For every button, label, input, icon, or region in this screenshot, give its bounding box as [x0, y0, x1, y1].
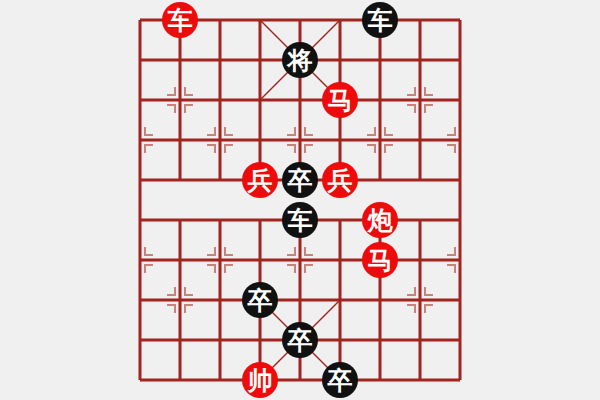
- piece-red-horse[interactable]: 马: [322, 82, 358, 118]
- piece-black-soldier[interactable]: 卒: [322, 362, 358, 398]
- piece-red-cannon[interactable]: 炮: [362, 202, 398, 238]
- piece-black-chariot[interactable]: 车: [362, 2, 398, 38]
- piece-red-soldier[interactable]: 兵: [242, 162, 278, 198]
- piece-grid: 车车将马兵卒兵车炮马卒卒帅卒: [120, 0, 480, 400]
- piece-black-soldier[interactable]: 卒: [282, 162, 318, 198]
- piece-red-horse[interactable]: 马: [362, 242, 398, 278]
- xiangqi-board: 车车将马兵卒兵车炮马卒卒帅卒: [0, 0, 600, 400]
- piece-black-general[interactable]: 将: [282, 42, 318, 78]
- piece-red-soldier[interactable]: 兵: [322, 162, 358, 198]
- piece-black-chariot[interactable]: 车: [282, 202, 318, 238]
- piece-black-soldier[interactable]: 卒: [242, 282, 278, 318]
- piece-red-general[interactable]: 帅: [242, 362, 278, 398]
- piece-black-soldier[interactable]: 卒: [282, 322, 318, 358]
- piece-red-chariot[interactable]: 车: [162, 2, 198, 38]
